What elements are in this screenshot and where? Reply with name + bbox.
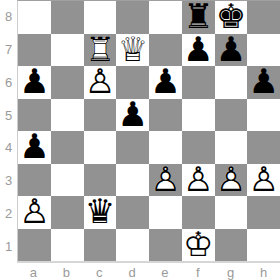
piece-white-pawn-underlay: ♟ bbox=[84, 65, 117, 98]
square-h6[interactable]: ♟ bbox=[247, 66, 280, 99]
piece-white-pawn: ♙ bbox=[215, 163, 248, 196]
piece-black-king: ♚ bbox=[215, 0, 248, 33]
square-g2[interactable] bbox=[215, 196, 248, 229]
square-c7[interactable]: ♜♖ bbox=[84, 34, 117, 67]
file-labels: abcdefgh bbox=[17, 263, 280, 280]
piece-white-pawn: ♙ bbox=[84, 65, 117, 98]
piece-white-queen-underlay: ♛ bbox=[116, 33, 149, 66]
square-g7[interactable]: ♟ bbox=[215, 34, 248, 67]
file-label-c: c bbox=[83, 263, 116, 280]
square-c8[interactable] bbox=[84, 1, 117, 34]
piece-black-pawn: ♟ bbox=[18, 65, 51, 98]
square-a3[interactable] bbox=[18, 164, 51, 197]
rank-label-7: 7 bbox=[0, 33, 17, 66]
file-label-e: e bbox=[149, 263, 182, 280]
square-g5[interactable] bbox=[215, 99, 248, 132]
square-h1[interactable] bbox=[247, 229, 280, 262]
piece-white-king: ♔ bbox=[182, 228, 215, 261]
square-a2[interactable]: ♟♙ bbox=[18, 196, 51, 229]
piece-white-pawn: ♙ bbox=[247, 163, 280, 196]
square-b5[interactable] bbox=[51, 99, 84, 132]
piece-black-pawn: ♟ bbox=[116, 98, 149, 131]
square-b7[interactable] bbox=[51, 34, 84, 67]
square-c6[interactable]: ♟♙ bbox=[84, 66, 117, 99]
square-d7[interactable]: ♛♕ bbox=[116, 34, 149, 67]
square-a4[interactable]: ♟ bbox=[18, 131, 51, 164]
square-a7[interactable] bbox=[18, 34, 51, 67]
square-a6[interactable]: ♟ bbox=[18, 66, 51, 99]
square-e3[interactable]: ♟♙ bbox=[149, 164, 182, 197]
piece-white-pawn-underlay: ♟ bbox=[149, 163, 182, 196]
square-f8[interactable]: ♜ bbox=[182, 1, 215, 34]
square-c4[interactable] bbox=[84, 131, 117, 164]
square-f1[interactable]: ♚♔ bbox=[182, 229, 215, 262]
square-d3[interactable] bbox=[116, 164, 149, 197]
square-a8[interactable] bbox=[18, 1, 51, 34]
square-h3[interactable]: ♟♙ bbox=[247, 164, 280, 197]
rank-label-3: 3 bbox=[0, 164, 17, 197]
square-d1[interactable] bbox=[116, 229, 149, 262]
square-f2[interactable] bbox=[182, 196, 215, 229]
rank-label-8: 8 bbox=[0, 0, 17, 33]
file-label-a: a bbox=[17, 263, 50, 280]
square-b6[interactable] bbox=[51, 66, 84, 99]
square-b2[interactable] bbox=[51, 196, 84, 229]
square-e4[interactable] bbox=[149, 131, 182, 164]
square-d2[interactable] bbox=[116, 196, 149, 229]
piece-white-pawn: ♙ bbox=[182, 163, 215, 196]
piece-white-pawn-underlay: ♟ bbox=[182, 163, 215, 196]
rank-label-5: 5 bbox=[0, 99, 17, 132]
square-h8[interactable] bbox=[247, 1, 280, 34]
square-e7[interactable] bbox=[149, 34, 182, 67]
piece-black-pawn: ♟ bbox=[18, 130, 51, 163]
square-d5[interactable]: ♟ bbox=[116, 99, 149, 132]
square-d8[interactable] bbox=[116, 1, 149, 34]
rank-label-6: 6 bbox=[0, 66, 17, 99]
square-d4[interactable] bbox=[116, 131, 149, 164]
piece-black-pawn: ♟ bbox=[182, 33, 215, 66]
square-c1[interactable] bbox=[84, 229, 117, 262]
square-f7[interactable]: ♟ bbox=[182, 34, 215, 67]
square-g4[interactable] bbox=[215, 131, 248, 164]
square-b4[interactable] bbox=[51, 131, 84, 164]
piece-white-pawn-underlay: ♟ bbox=[18, 195, 51, 228]
file-label-h: h bbox=[247, 263, 280, 280]
square-h4[interactable] bbox=[247, 131, 280, 164]
piece-black-queen: ♛ bbox=[84, 195, 117, 228]
square-c2[interactable]: ♛ bbox=[84, 196, 117, 229]
piece-white-pawn-underlay: ♟ bbox=[215, 163, 248, 196]
piece-black-rook: ♜ bbox=[182, 0, 215, 33]
file-label-b: b bbox=[50, 263, 83, 280]
square-h7[interactable] bbox=[247, 34, 280, 67]
square-e2[interactable] bbox=[149, 196, 182, 229]
file-label-d: d bbox=[116, 263, 149, 280]
square-c3[interactable] bbox=[84, 164, 117, 197]
square-b3[interactable] bbox=[51, 164, 84, 197]
file-label-f: f bbox=[181, 263, 214, 280]
rank-labels: 87654321 bbox=[0, 0, 17, 263]
square-e6[interactable]: ♟ bbox=[149, 66, 182, 99]
square-d6[interactable] bbox=[116, 66, 149, 99]
piece-black-pawn: ♟ bbox=[149, 65, 182, 98]
square-e5[interactable] bbox=[149, 99, 182, 132]
square-b8[interactable] bbox=[51, 1, 84, 34]
square-f4[interactable] bbox=[182, 131, 215, 164]
square-f5[interactable] bbox=[182, 99, 215, 132]
square-e8[interactable] bbox=[149, 1, 182, 34]
rank-label-4: 4 bbox=[0, 132, 17, 165]
square-g6[interactable] bbox=[215, 66, 248, 99]
square-a5[interactable] bbox=[18, 99, 51, 132]
chess-diagram: 87654321 ♜♚♜♖♛♕♟♟♟♟♙♟♟♟♟♟♙♟♙♟♙♟♙♟♙♛♚♔ ab… bbox=[0, 0, 280, 280]
piece-white-king-underlay: ♚ bbox=[182, 228, 215, 261]
piece-white-rook-underlay: ♜ bbox=[84, 33, 117, 66]
square-g8[interactable]: ♚ bbox=[215, 1, 248, 34]
piece-white-queen: ♕ bbox=[116, 33, 149, 66]
square-b1[interactable] bbox=[51, 229, 84, 262]
square-h5[interactable] bbox=[247, 99, 280, 132]
chess-board: ♜♚♜♖♛♕♟♟♟♟♙♟♟♟♟♟♙♟♙♟♙♟♙♟♙♛♚♔ bbox=[17, 0, 280, 263]
piece-white-pawn: ♙ bbox=[149, 163, 182, 196]
square-g1[interactable] bbox=[215, 229, 248, 262]
piece-black-pawn: ♟ bbox=[215, 33, 248, 66]
piece-black-pawn: ♟ bbox=[247, 65, 280, 98]
piece-white-pawn-underlay: ♟ bbox=[247, 163, 280, 196]
square-h2[interactable] bbox=[247, 196, 280, 229]
square-c5[interactable] bbox=[84, 99, 117, 132]
piece-white-rook: ♖ bbox=[84, 33, 117, 66]
square-f3[interactable]: ♟♙ bbox=[182, 164, 215, 197]
square-f6[interactable] bbox=[182, 66, 215, 99]
square-g3[interactable]: ♟♙ bbox=[215, 164, 248, 197]
rank-label-1: 1 bbox=[0, 230, 17, 263]
file-label-g: g bbox=[214, 263, 247, 280]
piece-white-pawn: ♙ bbox=[18, 195, 51, 228]
rank-label-2: 2 bbox=[0, 197, 17, 230]
square-a1[interactable] bbox=[18, 229, 51, 262]
square-e1[interactable] bbox=[149, 229, 182, 262]
